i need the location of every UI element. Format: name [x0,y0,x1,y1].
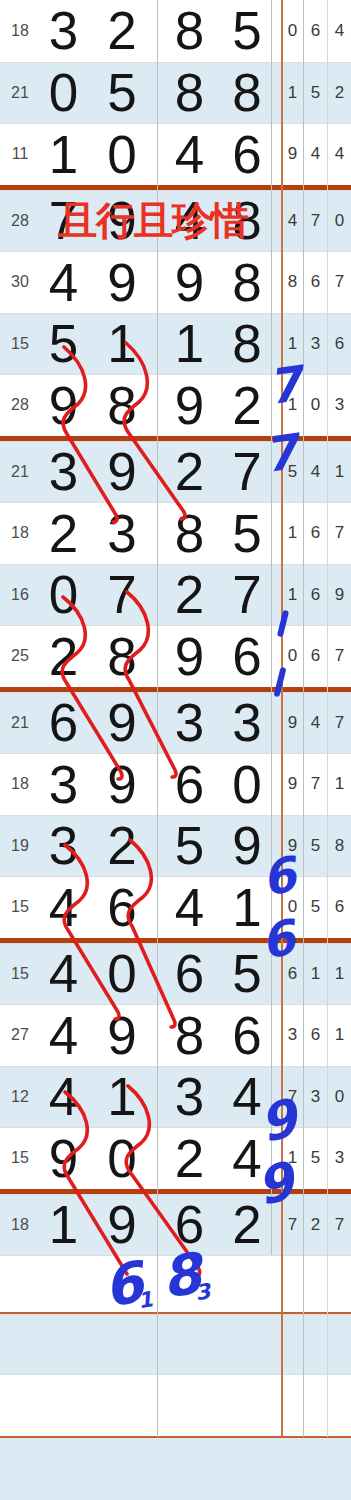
digit-cell: 1 [157,317,221,370]
sum-value: 18 [0,524,40,542]
side-digit: 6 [303,523,328,543]
draw-row: 193259958 [0,815,351,877]
digit-cell: 2 [86,819,157,872]
digit-cell: 4 [40,881,86,934]
side-digit: 9 [282,713,303,733]
digit-cell: 6 [157,758,221,811]
side-digit: 3 [328,395,351,415]
side-digit: 7 [303,774,328,794]
digit-cell: 4 [40,1009,86,1062]
digit-cell: 6 [157,947,221,1000]
side-digit: 1 [282,523,303,543]
digit-cell: 8 [157,507,221,560]
digit-cell: 1 [86,1070,157,1123]
draw-row: 111046944 [0,123,351,185]
digit-cell: 5 [221,507,272,560]
sum-value: 18 [0,22,40,40]
side-digit: 7 [328,646,351,666]
side-digit: 6 [303,272,328,292]
digit-cell: 7 [86,568,157,621]
side-digit: 5 [303,1148,328,1168]
digit-cell: 8 [86,379,157,432]
digit-cell: 6 [221,1009,272,1062]
side-digit: 0 [282,21,303,41]
sum-value: 18 [0,775,40,793]
side-digit: 1 [282,585,303,605]
side-digit: 7 [282,1215,303,1235]
digit-cell: 2 [157,568,221,621]
digit-cell: 9 [86,758,157,811]
side-digit: 1 [328,964,351,984]
digit-cell: 0 [86,1132,157,1185]
blue-mark-digit: 7 [265,359,305,411]
digit-cell: 9 [157,379,221,432]
digit-cell: 3 [40,445,86,498]
side-digit: 0 [328,1087,351,1107]
digit-cell: 9 [86,256,157,309]
empty-row [0,1314,351,1374]
blue-mark-subscript: 1 [136,1288,154,1312]
sum-value: 12 [0,1088,40,1106]
side-digit: 1 [328,1025,351,1045]
digit-cell: 8 [157,66,221,119]
watermark-text: 且行且珍惜 [58,201,248,240]
digit-cell: 8 [221,66,272,119]
side-digit: 6 [282,964,303,984]
digit-cell: 2 [157,1132,221,1185]
side-digit: 0 [282,646,303,666]
grid-vline-side2 [327,0,328,1437]
side-digit: 5 [303,836,328,856]
side-digit: 4 [328,21,351,41]
digit-cell: 3 [157,696,221,749]
side-digit: 6 [328,334,351,354]
digit-cell: 3 [157,1070,221,1123]
sum-value: 15 [0,965,40,983]
digit-cell: 9 [40,1132,86,1185]
side-digit: 6 [303,646,328,666]
sum-value: 28 [0,212,40,230]
digit-cell: 8 [86,630,157,683]
side-digit: 7 [328,713,351,733]
digit-cell: 3 [40,758,86,811]
digit-cell: 7 [221,568,272,621]
sum-value: 19 [0,837,40,855]
empty-row [0,1374,351,1436]
digit-cell: 6 [221,128,272,181]
digit-cell: 9 [40,379,86,432]
digit-cell: 9 [86,1009,157,1062]
side-digit: 9 [328,585,351,605]
side-digit: 9 [282,144,303,164]
side-digit: 4 [303,144,328,164]
draw-row: 183960971 [0,753,351,815]
digit-cell: 5 [40,317,86,370]
side-digit: 4 [282,211,303,231]
digit-cell: 2 [221,379,272,432]
side-digit: 0 [303,395,328,415]
digit-cell: 9 [157,256,221,309]
sum-value: 21 [0,463,40,481]
sum-value: 15 [0,1149,40,1167]
trend-chart-board: 1832850642105881521110469442879484703049… [0,0,351,1500]
digit-cell: 1 [86,317,157,370]
side-digit: 3 [282,1025,303,1045]
digit-cell: 4 [40,1070,86,1123]
draw-row: 124134730 [0,1066,351,1128]
draw-row: 154641056 [0,876,351,938]
side-digit: 4 [303,713,328,733]
side-digit: 1 [328,462,351,482]
sum-value: 11 [0,145,40,163]
blue-mark-subscript: 3 [194,1280,212,1303]
draw-row: 160727169 [0,564,351,626]
side-digit: 8 [282,272,303,292]
grid-vline-side1 [303,0,304,1437]
digit-cell: 6 [86,881,157,934]
side-digit: 4 [303,462,328,482]
side-digit: 5 [303,897,328,917]
side-digit: 6 [303,1025,328,1045]
digit-cell: 9 [86,445,157,498]
side-digit: 1 [328,774,351,794]
grid-vline-orange [281,0,283,1437]
digit-cell: 5 [221,4,272,57]
sum-value: 18 [0,1216,40,1234]
sum-value: 30 [0,273,40,291]
side-digit: 1 [282,83,303,103]
draw-row: 210588152 [0,62,351,124]
side-digit: 9 [282,774,303,794]
side-digit: 7 [328,523,351,543]
digit-cell: 2 [40,630,86,683]
digit-cell: 3 [40,819,86,872]
digit-cell: 2 [86,4,157,57]
empty-row [0,1438,351,1500]
draw-row: 216933947 [0,692,351,754]
draw-rows-container: 1832850642105881521110469442879484703049… [0,0,351,1255]
digit-cell: 0 [40,66,86,119]
digit-cell: 1 [40,128,86,181]
digit-cell: 3 [40,4,86,57]
sum-value: 15 [0,335,40,353]
digit-cell: 8 [157,4,221,57]
draw-row: 274986361 [0,1004,351,1066]
digit-cell: 3 [221,696,272,749]
side-digit: 3 [328,1148,351,1168]
side-digit: 1 [303,964,328,984]
digit-cell: 8 [157,1009,221,1062]
sum-value: 28 [0,396,40,414]
digit-cell: 0 [86,128,157,181]
digit-cell: 6 [40,696,86,749]
digit-cell: 5 [157,819,221,872]
sum-value: 21 [0,84,40,102]
sum-value: 27 [0,1026,40,1044]
digit-cell: 2 [157,445,221,498]
sum-value: 16 [0,586,40,604]
digit-cell: 5 [86,66,157,119]
side-digit: 3 [303,334,328,354]
side-digit: 3 [303,1087,328,1107]
digit-cell: 1 [40,1198,86,1251]
digit-cell: 9 [86,696,157,749]
side-digit: 7 [328,272,351,292]
draw-row: 182385167 [0,502,351,564]
sum-value: 25 [0,647,40,665]
side-digit: 5 [303,83,328,103]
digit-cell: 9 [157,630,221,683]
digit-cell: 6 [221,630,272,683]
digit-cell: 0 [86,947,157,1000]
side-digit: 7 [303,211,328,231]
blue-mark-digit: 83 [158,1246,204,1307]
side-digit: 7 [328,1215,351,1235]
side-digit: 6 [328,897,351,917]
digit-cell: 4 [40,947,86,1000]
digit-cell: 2 [40,507,86,560]
sum-value: 21 [0,714,40,732]
digit-cell: 4 [157,128,221,181]
blue-mark-digit: 7 [261,427,301,479]
digit-cell: 0 [40,568,86,621]
draw-row: 154065611 [0,943,351,1005]
side-digit: 6 [303,21,328,41]
digit-cell: 9 [86,1198,157,1251]
side-digit: 1 [282,334,303,354]
draw-row: 252896067 [0,625,351,687]
side-digit: 0 [328,211,351,231]
draw-row: 304998867 [0,251,351,313]
draw-row: 183285064 [0,0,351,62]
side-digit: 2 [328,83,351,103]
digit-cell: 3 [86,507,157,560]
sum-value: 15 [0,898,40,916]
digit-cell: 0 [221,758,272,811]
side-digit: 6 [303,585,328,605]
side-digit: 4 [328,144,351,164]
side-digit: 2 [303,1215,328,1235]
digit-cell: 4 [157,881,221,934]
digit-cell: 4 [40,256,86,309]
grid-vline-digits-end [271,0,272,1255]
digit-cell: 8 [221,256,272,309]
side-digit: 8 [328,836,351,856]
